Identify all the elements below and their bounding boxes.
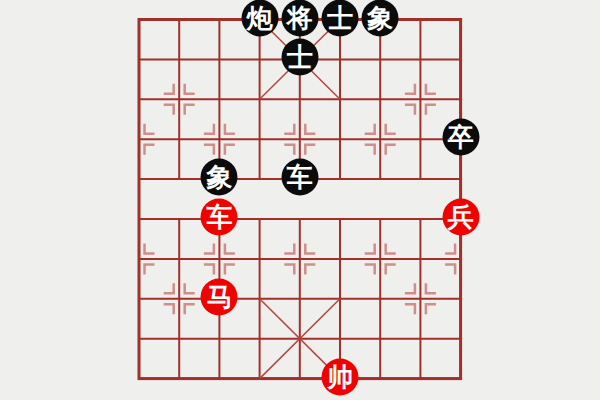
xiangqi-board[interactable]: 炮将士象士卒象车车兵马帅 xyxy=(0,0,600,400)
xiangqi-screenshot: 炮将士象士卒象车车兵马帅 xyxy=(0,0,600,400)
red-horse[interactable]: 马 xyxy=(201,278,238,315)
black-elephant-1[interactable]: 象 xyxy=(362,0,399,36)
red-general[interactable]: 帅 xyxy=(322,358,359,395)
black-general[interactable]: 将 xyxy=(281,0,318,36)
black-chariot[interactable]: 车 xyxy=(281,159,318,196)
black-pawn[interactable]: 卒 xyxy=(442,119,479,156)
black-advisor-1[interactable]: 士 xyxy=(322,0,359,36)
red-pawn[interactable]: 兵 xyxy=(442,199,479,236)
red-chariot[interactable]: 车 xyxy=(201,199,238,236)
black-cannon[interactable]: 炮 xyxy=(241,0,278,36)
black-advisor-2[interactable]: 士 xyxy=(281,39,318,76)
black-elephant-2[interactable]: 象 xyxy=(201,159,238,196)
